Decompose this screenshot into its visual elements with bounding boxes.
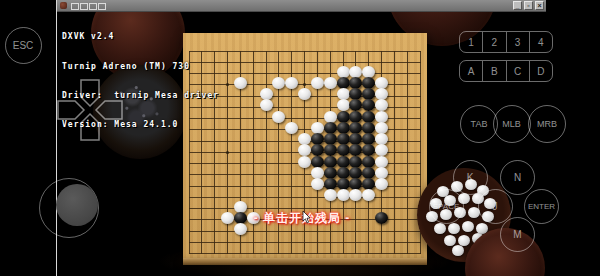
stone-white[interactable] xyxy=(260,88,273,100)
stone-white[interactable] xyxy=(324,77,337,89)
stone-black[interactable] xyxy=(337,178,350,190)
close-button[interactable]: × xyxy=(535,1,544,10)
stone-white[interactable] xyxy=(234,223,247,235)
stone-black[interactable] xyxy=(362,99,375,111)
stone-white[interactable] xyxy=(375,77,388,89)
grid-line-vertical xyxy=(407,51,408,255)
key-button-c[interactable]: C xyxy=(506,61,529,81)
stone-black[interactable] xyxy=(324,133,337,145)
enter-button[interactable]: ENTER xyxy=(524,189,559,224)
stone-black[interactable] xyxy=(337,77,350,89)
dpad[interactable] xyxy=(55,75,125,145)
star-point xyxy=(226,151,229,154)
stone-white[interactable] xyxy=(375,88,388,100)
j-button[interactable]: J xyxy=(478,189,513,224)
stone-white[interactable] xyxy=(298,156,311,168)
stone-white[interactable] xyxy=(221,212,234,224)
key-button-1[interactable]: 1 xyxy=(460,32,482,52)
m-button[interactable]: M xyxy=(500,217,535,252)
stone-black[interactable] xyxy=(349,144,362,156)
stone-white[interactable] xyxy=(272,111,285,123)
maximize-button[interactable]: ▫ xyxy=(524,1,533,10)
mouse-cursor xyxy=(302,211,311,224)
app-icon xyxy=(60,2,67,9)
stone-black[interactable] xyxy=(349,99,362,111)
captured-white-stone xyxy=(444,235,456,246)
stone-black[interactable] xyxy=(349,111,362,123)
grid-line-vertical xyxy=(394,51,395,255)
stone-white[interactable] xyxy=(337,88,350,100)
k-button[interactable]: K xyxy=(453,160,488,195)
stone-white[interactable] xyxy=(375,178,388,190)
stone-black[interactable] xyxy=(324,167,337,179)
stone-black[interactable] xyxy=(362,122,375,134)
go-board-front-edge xyxy=(183,258,427,265)
stone-black[interactable] xyxy=(349,122,362,134)
titlebar-tab-icon[interactable] xyxy=(89,3,97,10)
titlebar-tab-icon[interactable] xyxy=(71,3,79,10)
n-button[interactable]: N xyxy=(500,160,535,195)
stone-black[interactable] xyxy=(362,88,375,100)
star-point xyxy=(303,83,306,86)
stone-black[interactable] xyxy=(362,133,375,145)
captured-white-stone xyxy=(462,221,474,232)
captured-white-stone xyxy=(434,223,446,234)
stone-black[interactable] xyxy=(375,212,388,224)
stone-white[interactable] xyxy=(311,122,324,134)
stone-white[interactable] xyxy=(375,144,388,156)
stone-black[interactable] xyxy=(349,88,362,100)
grid-line-horizontal xyxy=(189,231,421,232)
stone-black[interactable] xyxy=(337,144,350,156)
stone-black[interactable] xyxy=(349,156,362,168)
letter-button-group: A B C D xyxy=(459,60,553,82)
key-button-b[interactable]: B xyxy=(482,61,505,81)
minimize-button[interactable]: _ xyxy=(513,1,522,10)
captured-white-stone xyxy=(452,245,464,256)
grid-line-horizontal xyxy=(189,253,421,254)
stone-white[interactable] xyxy=(298,144,311,156)
titlebar-tab-icon[interactable] xyxy=(80,3,88,10)
key-button-3[interactable]: 3 xyxy=(506,32,529,52)
grid-line-horizontal xyxy=(189,197,421,198)
stone-white[interactable] xyxy=(285,122,298,134)
stone-black[interactable] xyxy=(337,111,350,123)
stone-white[interactable] xyxy=(272,77,285,89)
stone-black[interactable] xyxy=(337,122,350,134)
stone-black[interactable] xyxy=(324,122,337,134)
stone-white[interactable] xyxy=(375,122,388,134)
stone-white[interactable] xyxy=(375,133,388,145)
stone-black[interactable] xyxy=(349,77,362,89)
stone-white[interactable] xyxy=(298,88,311,100)
stone-black[interactable] xyxy=(337,133,350,145)
titlebar-tab-icon[interactable] xyxy=(98,3,106,10)
stone-black[interactable] xyxy=(349,133,362,145)
hud-line-gpu: Turnip Adreno (TM) 730 xyxy=(62,62,219,72)
captured-white-stone xyxy=(448,223,460,234)
stone-white[interactable] xyxy=(349,66,362,78)
esc-button[interactable]: ESC xyxy=(5,27,42,64)
key-button-d[interactable]: D xyxy=(529,61,552,81)
grid-line-horizontal xyxy=(189,208,421,209)
stone-white[interactable] xyxy=(285,77,298,89)
stone-white[interactable] xyxy=(375,111,388,123)
hud-line-dxvk: DXVK v2.4 xyxy=(62,32,219,42)
stone-white[interactable] xyxy=(375,156,388,168)
stone-black[interactable] xyxy=(311,133,324,145)
window-titlebar[interactable]: _ ▫ × xyxy=(57,0,546,12)
stone-white[interactable] xyxy=(349,189,362,201)
stone-black[interactable] xyxy=(234,212,247,224)
stone-black[interactable] xyxy=(362,144,375,156)
stone-white[interactable] xyxy=(362,189,375,201)
stone-black[interactable] xyxy=(362,178,375,190)
stone-black[interactable] xyxy=(337,156,350,168)
stone-white[interactable] xyxy=(311,167,324,179)
joystick-knob[interactable] xyxy=(56,184,98,226)
mlb-button[interactable]: MLB xyxy=(493,105,531,143)
stone-white[interactable] xyxy=(375,167,388,179)
space-button[interactable]: SPACE xyxy=(429,189,464,224)
stone-black[interactable] xyxy=(362,77,375,89)
dpad-up-icon xyxy=(81,80,99,106)
screen: - 单击开始残局 - DXVK v2.4 Turnip Adreno (TM) … xyxy=(0,0,600,276)
stone-white[interactable] xyxy=(375,99,388,111)
mrb-button[interactable]: MRB xyxy=(528,105,566,143)
stone-white[interactable] xyxy=(337,66,350,78)
stone-black[interactable] xyxy=(324,178,337,190)
stone-black[interactable] xyxy=(337,167,350,179)
grid-line-horizontal xyxy=(189,242,421,243)
stone-black[interactable] xyxy=(349,167,362,179)
stone-white[interactable] xyxy=(337,99,350,111)
stone-black[interactable] xyxy=(362,167,375,179)
stone-white[interactable] xyxy=(362,66,375,78)
stone-white[interactable] xyxy=(234,201,247,213)
stone-black[interactable] xyxy=(362,156,375,168)
key-button-2[interactable]: 2 xyxy=(482,32,505,52)
stone-black[interactable] xyxy=(324,156,337,168)
stone-black[interactable] xyxy=(362,111,375,123)
stone-black[interactable] xyxy=(324,144,337,156)
star-point xyxy=(226,83,229,86)
stone-white[interactable] xyxy=(298,133,311,145)
stone-white[interactable] xyxy=(324,189,337,201)
stone-black[interactable] xyxy=(311,144,324,156)
stone-black[interactable] xyxy=(349,178,362,190)
key-button-a[interactable]: A xyxy=(460,61,482,81)
stone-black[interactable] xyxy=(311,156,324,168)
stone-white[interactable] xyxy=(324,111,337,123)
key-button-4[interactable]: 4 xyxy=(529,32,552,52)
dpad-left-icon xyxy=(58,101,84,119)
stone-white[interactable] xyxy=(311,178,324,190)
stone-white[interactable] xyxy=(337,189,350,201)
dpad-down-icon xyxy=(81,114,99,140)
stone-white[interactable] xyxy=(260,99,273,111)
stone-white[interactable] xyxy=(311,77,324,89)
dpad-right-icon xyxy=(96,101,122,119)
stone-white[interactable] xyxy=(234,77,247,89)
number-button-group: 1 2 3 4 xyxy=(459,31,553,53)
